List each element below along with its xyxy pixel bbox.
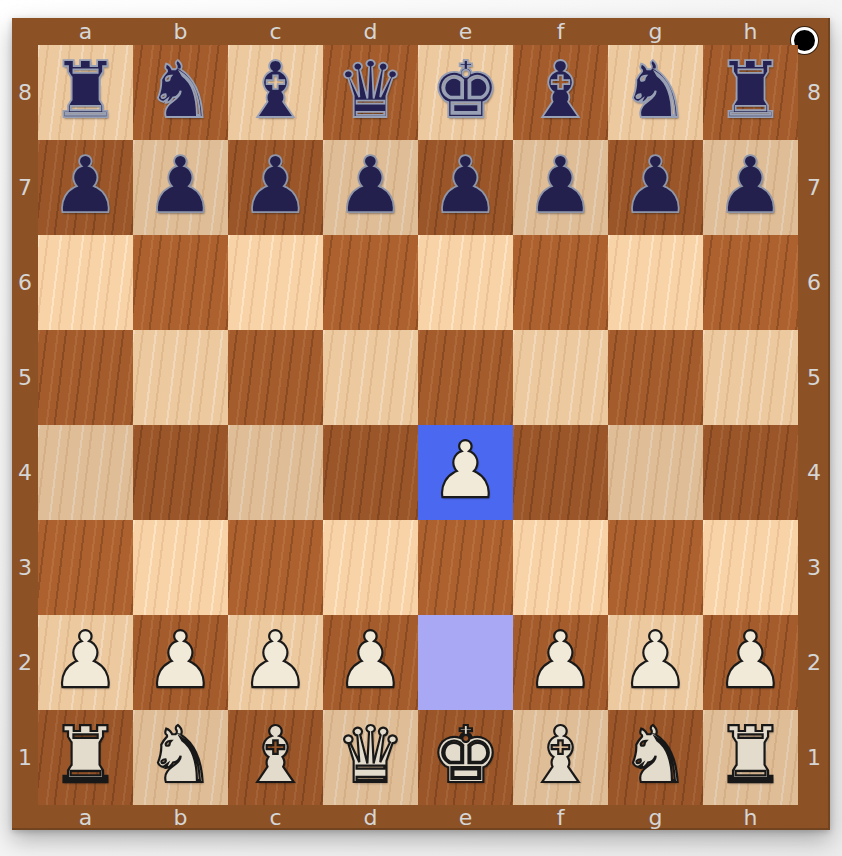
square-b2[interactable]: ♟ bbox=[133, 615, 228, 710]
rank-label-3: 3 bbox=[12, 520, 38, 615]
piece-black-knight[interactable]: ♞ bbox=[608, 45, 703, 140]
square-d1[interactable]: ♛ bbox=[323, 710, 418, 805]
square-h6[interactable] bbox=[703, 235, 798, 330]
square-g2[interactable]: ♟ bbox=[608, 615, 703, 710]
piece-black-king[interactable]: ♚ bbox=[418, 45, 513, 140]
piece-white-rook[interactable]: ♜ bbox=[38, 710, 133, 805]
square-h1[interactable]: ♜ bbox=[703, 710, 798, 805]
piece-white-pawn[interactable]: ♟ bbox=[703, 615, 798, 710]
square-f8[interactable]: ♝ bbox=[513, 45, 608, 140]
piece-white-king[interactable]: ♚ bbox=[418, 710, 513, 805]
piece-white-queen[interactable]: ♛ bbox=[323, 710, 418, 805]
square-c3[interactable] bbox=[228, 520, 323, 615]
square-f5[interactable] bbox=[513, 330, 608, 425]
square-h5[interactable] bbox=[703, 330, 798, 425]
square-e8[interactable]: ♚ bbox=[418, 45, 513, 140]
piece-black-pawn[interactable]: ♟ bbox=[418, 140, 513, 235]
square-f6[interactable] bbox=[513, 235, 608, 330]
file-label-a: a bbox=[38, 18, 133, 45]
square-f4[interactable] bbox=[513, 425, 608, 520]
piece-black-pawn[interactable]: ♟ bbox=[703, 140, 798, 235]
square-c7[interactable]: ♟ bbox=[228, 140, 323, 235]
square-h8[interactable]: ♜ bbox=[703, 45, 798, 140]
square-a4[interactable] bbox=[38, 425, 133, 520]
rank-label-8: 8 bbox=[798, 45, 830, 140]
square-c8[interactable]: ♝ bbox=[228, 45, 323, 140]
file-labels-top: abcdefgh bbox=[38, 18, 798, 45]
piece-white-pawn[interactable]: ♟ bbox=[38, 615, 133, 710]
file-label-h: h bbox=[703, 805, 798, 830]
piece-white-rook[interactable]: ♜ bbox=[703, 710, 798, 805]
rank-label-6: 6 bbox=[798, 235, 830, 330]
square-d5[interactable] bbox=[323, 330, 418, 425]
piece-black-knight[interactable]: ♞ bbox=[133, 45, 228, 140]
square-e5[interactable] bbox=[418, 330, 513, 425]
file-labels-bottom: abcdefgh bbox=[38, 805, 798, 830]
square-a8[interactable]: ♜ bbox=[38, 45, 133, 140]
square-f3[interactable] bbox=[513, 520, 608, 615]
piece-black-pawn[interactable]: ♟ bbox=[228, 140, 323, 235]
square-e4[interactable]: ♟ bbox=[418, 425, 513, 520]
square-d6[interactable] bbox=[323, 235, 418, 330]
rank-label-6: 6 bbox=[12, 235, 38, 330]
piece-black-pawn[interactable]: ♟ bbox=[513, 140, 608, 235]
rank-label-4: 4 bbox=[798, 425, 830, 520]
square-c6[interactable] bbox=[228, 235, 323, 330]
chess-board: ♜♞♝♛♚♝♞♜♟♟♟♟♟♟♟♟♟♟♟♟♟♟♟♟♜♞♝♛♚♝♞♜ bbox=[38, 45, 798, 805]
square-c4[interactable] bbox=[228, 425, 323, 520]
rank-label-2: 2 bbox=[12, 615, 38, 710]
file-label-c: c bbox=[228, 805, 323, 830]
piece-black-pawn[interactable]: ♟ bbox=[133, 140, 228, 235]
square-a7[interactable]: ♟ bbox=[38, 140, 133, 235]
piece-white-knight[interactable]: ♞ bbox=[133, 710, 228, 805]
square-g1[interactable]: ♞ bbox=[608, 710, 703, 805]
piece-white-bishop[interactable]: ♝ bbox=[513, 710, 608, 805]
square-a5[interactable] bbox=[38, 330, 133, 425]
file-label-b: b bbox=[133, 18, 228, 45]
piece-white-pawn[interactable]: ♟ bbox=[513, 615, 608, 710]
piece-white-bishop[interactable]: ♝ bbox=[228, 710, 323, 805]
piece-black-bishop[interactable]: ♝ bbox=[513, 45, 608, 140]
file-label-a: a bbox=[38, 805, 133, 830]
square-g4[interactable] bbox=[608, 425, 703, 520]
square-c5[interactable] bbox=[228, 330, 323, 425]
file-label-e: e bbox=[418, 805, 513, 830]
rank-label-5: 5 bbox=[12, 330, 38, 425]
file-label-f: f bbox=[513, 18, 608, 45]
square-e2[interactable] bbox=[418, 615, 513, 710]
square-h4[interactable] bbox=[703, 425, 798, 520]
piece-white-knight[interactable]: ♞ bbox=[608, 710, 703, 805]
square-h2[interactable]: ♟ bbox=[703, 615, 798, 710]
square-e7[interactable]: ♟ bbox=[418, 140, 513, 235]
square-h7[interactable]: ♟ bbox=[703, 140, 798, 235]
rank-label-2: 2 bbox=[798, 615, 830, 710]
square-g7[interactable]: ♟ bbox=[608, 140, 703, 235]
file-label-e: e bbox=[418, 18, 513, 45]
square-b3[interactable] bbox=[133, 520, 228, 615]
file-label-f: f bbox=[513, 805, 608, 830]
file-label-d: d bbox=[323, 18, 418, 45]
file-label-b: b bbox=[133, 805, 228, 830]
square-d8[interactable]: ♛ bbox=[323, 45, 418, 140]
rank-label-7: 7 bbox=[798, 140, 830, 235]
piece-black-pawn[interactable]: ♟ bbox=[323, 140, 418, 235]
piece-black-rook[interactable]: ♜ bbox=[703, 45, 798, 140]
piece-white-pawn[interactable]: ♟ bbox=[228, 615, 323, 710]
square-d4[interactable] bbox=[323, 425, 418, 520]
square-b8[interactable]: ♞ bbox=[133, 45, 228, 140]
square-b4[interactable] bbox=[133, 425, 228, 520]
rank-labels-left: 87654321 bbox=[12, 45, 38, 805]
square-e3[interactable] bbox=[418, 520, 513, 615]
rank-label-4: 4 bbox=[12, 425, 38, 520]
rank-label-3: 3 bbox=[798, 520, 830, 615]
rank-label-1: 1 bbox=[12, 710, 38, 805]
piece-white-pawn[interactable]: ♟ bbox=[323, 615, 418, 710]
square-g8[interactable]: ♞ bbox=[608, 45, 703, 140]
file-label-g: g bbox=[608, 18, 703, 45]
piece-black-queen[interactable]: ♛ bbox=[323, 45, 418, 140]
square-e6[interactable] bbox=[418, 235, 513, 330]
square-d3[interactable] bbox=[323, 520, 418, 615]
piece-white-pawn[interactable]: ♟ bbox=[608, 615, 703, 710]
square-h3[interactable] bbox=[703, 520, 798, 615]
square-c1[interactable]: ♝ bbox=[228, 710, 323, 805]
square-a6[interactable] bbox=[38, 235, 133, 330]
piece-black-bishop[interactable]: ♝ bbox=[228, 45, 323, 140]
chess-board-frame: abcdefgh abcdefgh 87654321 87654321 ♜♞♝♛… bbox=[12, 18, 830, 830]
square-a2[interactable]: ♟ bbox=[38, 615, 133, 710]
square-b7[interactable]: ♟ bbox=[133, 140, 228, 235]
square-c2[interactable]: ♟ bbox=[228, 615, 323, 710]
piece-white-pawn[interactable]: ♟ bbox=[133, 615, 228, 710]
square-g5[interactable] bbox=[608, 330, 703, 425]
rank-label-7: 7 bbox=[12, 140, 38, 235]
square-d7[interactable]: ♟ bbox=[323, 140, 418, 235]
piece-black-pawn[interactable]: ♟ bbox=[608, 140, 703, 235]
file-label-d: d bbox=[323, 805, 418, 830]
rank-label-1: 1 bbox=[798, 710, 830, 805]
piece-black-pawn[interactable]: ♟ bbox=[38, 140, 133, 235]
rank-label-5: 5 bbox=[798, 330, 830, 425]
square-d2[interactable]: ♟ bbox=[323, 615, 418, 710]
piece-black-rook[interactable]: ♜ bbox=[38, 45, 133, 140]
file-label-g: g bbox=[608, 805, 703, 830]
file-label-c: c bbox=[228, 18, 323, 45]
piece-white-pawn[interactable]: ♟ bbox=[418, 425, 513, 520]
square-f7[interactable]: ♟ bbox=[513, 140, 608, 235]
rank-labels-right: 87654321 bbox=[798, 45, 830, 805]
rank-label-8: 8 bbox=[12, 45, 38, 140]
square-b6[interactable] bbox=[133, 235, 228, 330]
square-g3[interactable] bbox=[608, 520, 703, 615]
square-g6[interactable] bbox=[608, 235, 703, 330]
square-a1[interactable]: ♜ bbox=[38, 710, 133, 805]
file-label-h: h bbox=[703, 18, 798, 45]
square-e1[interactable]: ♚ bbox=[418, 710, 513, 805]
square-b1[interactable]: ♞ bbox=[133, 710, 228, 805]
square-f1[interactable]: ♝ bbox=[513, 710, 608, 805]
square-b5[interactable] bbox=[133, 330, 228, 425]
square-a3[interactable] bbox=[38, 520, 133, 615]
square-f2[interactable]: ♟ bbox=[513, 615, 608, 710]
